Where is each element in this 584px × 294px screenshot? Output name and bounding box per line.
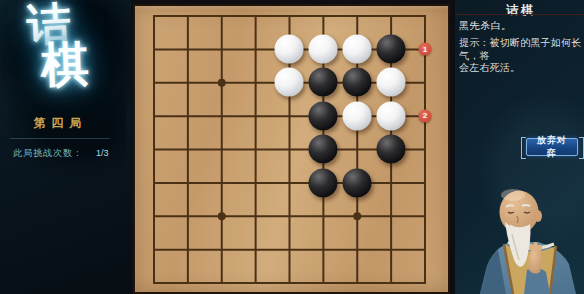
- attempts-value: 1/3: [96, 148, 109, 158]
- intersection-A5[interactable]: [137, 133, 171, 166]
- intersection-G8[interactable]: [340, 32, 374, 65]
- white-stone: [377, 101, 406, 130]
- intersection-J2[interactable]: [408, 233, 442, 266]
- button-bracket-right: [579, 137, 584, 159]
- intersection-J7[interactable]: [408, 66, 442, 99]
- intersection-G1[interactable]: [340, 266, 374, 294]
- intersection-C7[interactable]: [205, 66, 239, 99]
- intersection-B9[interactable]: [171, 0, 205, 32]
- objective-text: 黑先杀白。: [459, 19, 512, 33]
- intersection-J1[interactable]: [408, 266, 442, 294]
- intersection-E1[interactable]: [273, 266, 307, 294]
- intersection-G5[interactable]: [340, 133, 374, 166]
- intersection-G6[interactable]: [340, 99, 374, 132]
- intersection-F6[interactable]: [306, 99, 340, 132]
- intersection-H3[interactable]: [374, 199, 408, 232]
- intersection-E8[interactable]: [273, 32, 307, 65]
- intersection-E7[interactable]: [273, 66, 307, 99]
- intersection-D5[interactable]: [239, 133, 273, 166]
- white-stone: [343, 101, 372, 130]
- black-stone: [377, 35, 406, 64]
- left-sidebar: 诘 棋 第四局 此局挑战次数：1/3: [0, 0, 131, 294]
- intersection-J4[interactable]: [408, 166, 442, 199]
- board-grid: 12: [137, 0, 442, 294]
- intersection-A8[interactable]: [137, 32, 171, 65]
- intersection-F9[interactable]: [306, 0, 340, 32]
- intersection-B2[interactable]: [171, 233, 205, 266]
- white-stone: [377, 68, 406, 97]
- intersection-B8[interactable]: [171, 32, 205, 65]
- attempts-row: 此局挑战次数：1/3: [13, 147, 109, 160]
- intersection-B5[interactable]: [171, 133, 205, 166]
- intersection-E4[interactable]: [273, 166, 307, 199]
- intersection-G2[interactable]: [340, 233, 374, 266]
- intersection-C9[interactable]: [205, 0, 239, 32]
- black-stone: [343, 68, 372, 97]
- intersection-D3[interactable]: [239, 199, 273, 232]
- intersection-H7[interactable]: [374, 66, 408, 99]
- hint-line-2: 会左右死活。: [459, 62, 582, 75]
- intersection-C3[interactable]: [205, 199, 239, 232]
- intersection-D7[interactable]: [239, 66, 273, 99]
- hint-text: 提示：被切断的黑子如何长气，将 会左右死活。: [459, 37, 582, 75]
- intersection-C8[interactable]: [205, 32, 239, 65]
- intersection-G3[interactable]: [340, 199, 374, 232]
- intersection-D1[interactable]: [239, 266, 273, 294]
- hint-line-1: 提示：被切断的黑子如何长气，将: [459, 37, 582, 62]
- black-stone: [309, 101, 338, 130]
- intersection-B3[interactable]: [171, 199, 205, 232]
- black-stone: [309, 135, 338, 164]
- sidebar-divider: [10, 138, 110, 139]
- intersection-E6[interactable]: [273, 99, 307, 132]
- intersection-A4[interactable]: [137, 166, 171, 199]
- black-stone: [309, 168, 338, 197]
- intersection-E2[interactable]: [273, 233, 307, 266]
- intersection-H5[interactable]: [374, 133, 408, 166]
- intersection-E9[interactable]: [273, 0, 307, 32]
- right-panel: 诘棋 黑先杀白。 提示：被切断的黑子如何长气，将 会左右死活。 放弃对弈: [455, 0, 584, 294]
- intersection-D8[interactable]: [239, 32, 273, 65]
- white-stone: [275, 68, 304, 97]
- intersection-D2[interactable]: [239, 233, 273, 266]
- white-stone: [343, 35, 372, 64]
- intersection-J8[interactable]: 1: [408, 32, 442, 65]
- intersection-C4[interactable]: [205, 166, 239, 199]
- move-marker-1: 1: [418, 43, 431, 56]
- intersection-G7[interactable]: [340, 66, 374, 99]
- intersection-D4[interactable]: [239, 166, 273, 199]
- intersection-G4[interactable]: [340, 166, 374, 199]
- intersection-B4[interactable]: [171, 166, 205, 199]
- intersection-F8[interactable]: [306, 32, 340, 65]
- resign-button[interactable]: 放弃对弈: [526, 138, 578, 156]
- intersection-E5[interactable]: [273, 133, 307, 166]
- intersection-F1[interactable]: [306, 266, 340, 294]
- intersection-J9[interactable]: [408, 0, 442, 32]
- white-stone: [275, 35, 304, 64]
- intersection-B1[interactable]: [171, 266, 205, 294]
- black-stone: [377, 135, 406, 164]
- move-marker-2: 2: [418, 109, 431, 122]
- intersection-F3[interactable]: [306, 199, 340, 232]
- intersection-B7[interactable]: [171, 66, 205, 99]
- board-area: 12: [131, 0, 455, 294]
- intersection-J3[interactable]: [408, 199, 442, 232]
- intersection-H1[interactable]: [374, 266, 408, 294]
- intersection-A9[interactable]: [137, 0, 171, 32]
- intersection-H9[interactable]: [374, 0, 408, 32]
- intersection-H2[interactable]: [374, 233, 408, 266]
- intersection-J5[interactable]: [408, 133, 442, 166]
- puzzle-calligraphy-char-2: 棋: [40, 39, 90, 89]
- intersection-A7[interactable]: [137, 66, 171, 99]
- intersection-E3[interactable]: [273, 199, 307, 232]
- intersection-H4[interactable]: [374, 166, 408, 199]
- intersection-C2[interactable]: [205, 233, 239, 266]
- black-stone: [343, 168, 372, 197]
- black-stone: [309, 68, 338, 97]
- intersection-C1[interactable]: [205, 266, 239, 294]
- intersection-B6[interactable]: [171, 99, 205, 132]
- intersection-C6[interactable]: [205, 99, 239, 132]
- intersection-H8[interactable]: [374, 32, 408, 65]
- intersection-F2[interactable]: [306, 233, 340, 266]
- game-screen: 诘 棋 第四局 此局挑战次数：1/3 12 诘棋 黑先杀白。 提示：被切断的黑子…: [0, 0, 584, 294]
- round-label: 第四局: [0, 115, 115, 132]
- intersection-J6[interactable]: 2: [408, 99, 442, 132]
- intersection-D9[interactable]: [239, 0, 273, 32]
- intersection-F5[interactable]: [306, 133, 340, 166]
- intersection-A1[interactable]: [137, 266, 171, 294]
- attempts-label: 此局挑战次数：: [13, 148, 83, 158]
- go-board: 12: [133, 4, 450, 294]
- white-stone: [309, 35, 338, 64]
- intersection-A3[interactable]: [137, 199, 171, 232]
- intersection-D6[interactable]: [239, 99, 273, 132]
- intersection-F4[interactable]: [306, 166, 340, 199]
- intersection-C5[interactable]: [205, 133, 239, 166]
- intersection-G9[interactable]: [340, 0, 374, 32]
- intersection-A6[interactable]: [137, 99, 171, 132]
- panel-title-divider: [455, 14, 584, 15]
- intersection-H6[interactable]: [374, 99, 408, 132]
- intersection-F7[interactable]: [306, 66, 340, 99]
- old-master-character: [472, 178, 584, 294]
- panel-title: 诘棋: [455, 2, 584, 19]
- intersection-A2[interactable]: [137, 233, 171, 266]
